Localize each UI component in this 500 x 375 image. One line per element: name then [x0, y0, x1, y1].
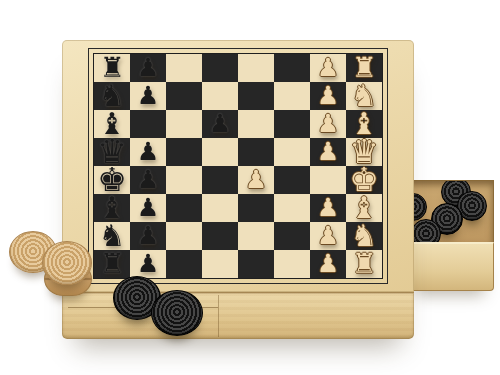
- square-f2[interactable]: ♟: [310, 194, 346, 222]
- square-g3[interactable]: [274, 222, 310, 250]
- square-h7[interactable]: ♟: [130, 250, 166, 278]
- white-rook-h1[interactable]: ♜: [351, 250, 376, 278]
- black-pawn-e7[interactable]: ♟: [137, 166, 159, 194]
- square-e2[interactable]: [310, 166, 346, 194]
- light-checker[interactable]: [42, 241, 92, 285]
- square-c2[interactable]: ♟: [310, 110, 346, 138]
- square-c4[interactable]: [238, 110, 274, 138]
- white-knight-g1[interactable]: ♞: [351, 222, 378, 250]
- white-pawn-c2[interactable]: ♟: [317, 110, 339, 138]
- square-a5[interactable]: [202, 54, 238, 82]
- dark-checker-in-drawer[interactable]: [411, 219, 441, 244]
- square-h5[interactable]: [202, 250, 238, 278]
- square-g6[interactable]: [166, 222, 202, 250]
- square-d5[interactable]: [202, 138, 238, 166]
- storage-drawer-open[interactable]: [406, 180, 492, 288]
- square-h1[interactable]: ♜: [346, 250, 382, 278]
- square-c7[interactable]: [130, 110, 166, 138]
- square-h2[interactable]: ♟: [310, 250, 346, 278]
- square-f7[interactable]: ♟: [130, 194, 166, 222]
- square-c5[interactable]: ♟: [202, 110, 238, 138]
- drawer-interior: [406, 180, 494, 244]
- square-h6[interactable]: [166, 250, 202, 278]
- square-e3[interactable]: [274, 166, 310, 194]
- product-photo-scene: ♜♟♟♜♞♟♟♞♝♟♟♝♛♟♟♛♚♟♟♚♝♟♟♝♞♟♟♞♜♟♟♜: [0, 0, 500, 375]
- square-d3[interactable]: [274, 138, 310, 166]
- square-b7[interactable]: ♟: [130, 82, 166, 110]
- left-drawer-seam-vertical: [218, 295, 219, 337]
- square-f4[interactable]: [238, 194, 274, 222]
- square-a7[interactable]: ♟: [130, 54, 166, 82]
- black-knight-g8[interactable]: ♞: [99, 222, 126, 250]
- square-f6[interactable]: [166, 194, 202, 222]
- square-f5[interactable]: [202, 194, 238, 222]
- black-pawn-d7[interactable]: ♟: [137, 138, 159, 166]
- chess-board: ♜♟♟♜♞♟♟♞♝♟♟♝♛♟♟♛♚♟♟♚♝♟♟♝♞♟♟♞♜♟♟♜: [93, 53, 383, 279]
- white-pawn-e4[interactable]: ♟: [245, 166, 267, 194]
- square-h8[interactable]: ♜: [94, 250, 130, 278]
- white-pawn-g2[interactable]: ♟: [317, 222, 339, 250]
- box-top-surface: ♜♟♟♜♞♟♟♞♝♟♟♝♛♟♟♛♚♟♟♚♝♟♟♝♞♟♟♞♜♟♟♜: [62, 40, 414, 292]
- square-h3[interactable]: [274, 250, 310, 278]
- square-g4[interactable]: [238, 222, 274, 250]
- square-g2[interactable]: ♟: [310, 222, 346, 250]
- square-b4[interactable]: [238, 82, 274, 110]
- white-pawn-f2[interactable]: ♟: [317, 194, 339, 222]
- drawer-front-handle[interactable]: [406, 242, 494, 291]
- square-c3[interactable]: [274, 110, 310, 138]
- square-f3[interactable]: [274, 194, 310, 222]
- black-pawn-a7[interactable]: ♟: [137, 54, 159, 82]
- square-g5[interactable]: [202, 222, 238, 250]
- square-b5[interactable]: [202, 82, 238, 110]
- square-d2[interactable]: ♟: [310, 138, 346, 166]
- square-a4[interactable]: [238, 54, 274, 82]
- square-d6[interactable]: [166, 138, 202, 166]
- black-pawn-g7[interactable]: ♟: [137, 222, 159, 250]
- white-pawn-d2[interactable]: ♟: [317, 138, 339, 166]
- square-e7[interactable]: ♟: [130, 166, 166, 194]
- white-pawn-a2[interactable]: ♟: [317, 54, 339, 82]
- board-frame: ♜♟♟♜♞♟♟♞♝♟♟♝♛♟♟♛♚♟♟♚♝♟♟♝♞♟♟♞♜♟♟♜: [88, 48, 388, 284]
- white-pawn-b2[interactable]: ♟: [317, 82, 339, 110]
- square-c6[interactable]: [166, 110, 202, 138]
- square-e5[interactable]: [202, 166, 238, 194]
- dark-checker[interactable]: [151, 290, 203, 336]
- square-a3[interactable]: [274, 54, 310, 82]
- black-pawn-f7[interactable]: ♟: [137, 194, 159, 222]
- square-e4[interactable]: ♟: [238, 166, 274, 194]
- square-e6[interactable]: [166, 166, 202, 194]
- black-rook-h8[interactable]: ♜: [99, 250, 124, 278]
- square-g1[interactable]: ♞: [346, 222, 382, 250]
- square-h4[interactable]: [238, 250, 274, 278]
- square-b6[interactable]: [166, 82, 202, 110]
- square-a2[interactable]: ♟: [310, 54, 346, 82]
- square-b2[interactable]: ♟: [310, 82, 346, 110]
- square-a6[interactable]: [166, 54, 202, 82]
- black-pawn-h7[interactable]: ♟: [137, 250, 159, 278]
- square-g8[interactable]: ♞: [94, 222, 130, 250]
- black-pawn-b7[interactable]: ♟: [137, 82, 159, 110]
- square-d7[interactable]: ♟: [130, 138, 166, 166]
- black-pawn-c5[interactable]: ♟: [209, 110, 231, 138]
- square-d4[interactable]: [238, 138, 274, 166]
- square-g7[interactable]: ♟: [130, 222, 166, 250]
- square-b3[interactable]: [274, 82, 310, 110]
- white-pawn-h2[interactable]: ♟: [317, 250, 339, 278]
